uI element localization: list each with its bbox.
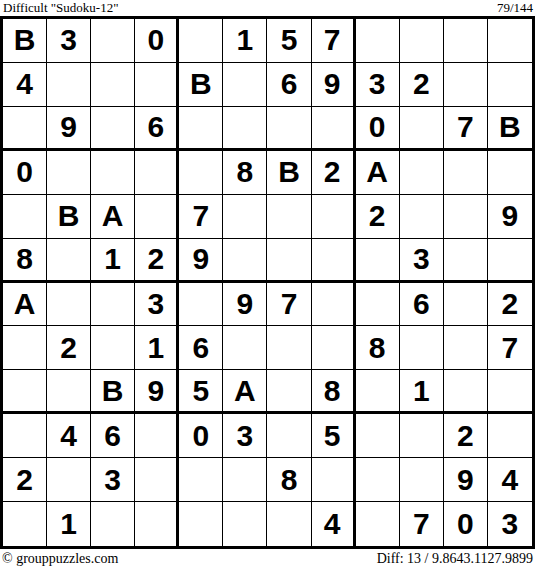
cell-r12c7[interactable] bbox=[267, 502, 311, 546]
cell-r8c11[interactable] bbox=[444, 326, 488, 370]
cell-r11c2[interactable] bbox=[47, 458, 91, 502]
cell-r4c6[interactable]: 8 bbox=[223, 151, 267, 195]
cell-r6c4[interactable]: 2 bbox=[135, 239, 179, 283]
cell-r4c3[interactable] bbox=[91, 151, 135, 195]
cell-r12c10[interactable]: 7 bbox=[400, 502, 444, 546]
cell-r3c2[interactable]: 9 bbox=[47, 107, 91, 151]
cell-r1c7[interactable]: 5 bbox=[267, 19, 311, 63]
cell-r10c10[interactable] bbox=[400, 414, 444, 458]
cell-r11c11[interactable]: 9 bbox=[444, 458, 488, 502]
cell-r1c11[interactable] bbox=[444, 19, 488, 63]
cell-r6c7[interactable] bbox=[267, 239, 311, 283]
cell-r8c4[interactable]: 1 bbox=[135, 326, 179, 370]
cell-r6c3[interactable]: 1 bbox=[91, 239, 135, 283]
cell-r8c7[interactable] bbox=[267, 326, 311, 370]
cell-r2c7[interactable]: 6 bbox=[267, 63, 311, 107]
cell-r3c6[interactable] bbox=[223, 107, 267, 151]
cell-r3c10[interactable] bbox=[400, 107, 444, 151]
cell-r8c9[interactable]: 8 bbox=[356, 326, 400, 370]
sudoku-board: B301574B69329607B08B2ABA72981293A3976221… bbox=[0, 16, 535, 549]
cell-r4c12[interactable] bbox=[488, 151, 532, 195]
cell-r6c11[interactable] bbox=[444, 239, 488, 283]
cell-r3c4[interactable]: 6 bbox=[135, 107, 179, 151]
cell-r5c5[interactable]: 7 bbox=[179, 195, 223, 239]
cell-r5c9[interactable]: 2 bbox=[356, 195, 400, 239]
cell-r1c5[interactable] bbox=[179, 19, 223, 63]
cell-r6c6[interactable] bbox=[223, 239, 267, 283]
cell-r9c5[interactable]: 5 bbox=[179, 370, 223, 414]
cell-r11c3[interactable]: 3 bbox=[91, 458, 135, 502]
cell-r5c10[interactable] bbox=[400, 195, 444, 239]
cell-r10c9[interactable] bbox=[356, 414, 400, 458]
cell-r7c8[interactable] bbox=[312, 283, 356, 327]
cell-r3c11[interactable]: 7 bbox=[444, 107, 488, 151]
cell-r5c1[interactable] bbox=[3, 195, 47, 239]
cell-r9c6[interactable]: A bbox=[223, 370, 267, 414]
cell-r11c7[interactable]: 8 bbox=[267, 458, 311, 502]
cell-r9c9[interactable] bbox=[356, 370, 400, 414]
cell-r3c7[interactable] bbox=[267, 107, 311, 151]
cell-r10c3[interactable]: 6 bbox=[91, 414, 135, 458]
cell-r12c12[interactable]: 3 bbox=[488, 502, 532, 546]
cell-r9c7[interactable] bbox=[267, 370, 311, 414]
cell-r10c11[interactable]: 2 bbox=[444, 414, 488, 458]
cell-r7c11[interactable] bbox=[444, 283, 488, 327]
cell-r4c1[interactable]: 0 bbox=[3, 151, 47, 195]
cell-r4c4[interactable] bbox=[135, 151, 179, 195]
cell-r7c7[interactable]: 7 bbox=[267, 283, 311, 327]
cell-r9c1[interactable] bbox=[3, 370, 47, 414]
blank-cell-counter: 79/144 bbox=[497, 1, 533, 15]
cell-r8c5[interactable]: 6 bbox=[179, 326, 223, 370]
cell-r9c12[interactable] bbox=[488, 370, 532, 414]
cell-r12c11[interactable]: 0 bbox=[444, 502, 488, 546]
cell-r3c12[interactable]: B bbox=[488, 107, 532, 151]
cell-r6c10[interactable]: 3 bbox=[400, 239, 444, 283]
cell-r11c12[interactable]: 4 bbox=[488, 458, 532, 502]
cell-r8c10[interactable] bbox=[400, 326, 444, 370]
cell-r1c4[interactable]: 0 bbox=[135, 19, 179, 63]
cell-r10c4[interactable] bbox=[135, 414, 179, 458]
cell-r7c5[interactable] bbox=[179, 283, 223, 327]
puzzle-title: Difficult "Sudoku-12" bbox=[3, 1, 118, 15]
cell-r2c8[interactable]: 9 bbox=[312, 63, 356, 107]
difficulty-text: Diff: 13 / 9.8643.1127.9899 bbox=[377, 551, 533, 567]
cell-r10c12[interactable] bbox=[488, 414, 532, 458]
cell-r2c6[interactable] bbox=[223, 63, 267, 107]
cell-r7c2[interactable] bbox=[47, 283, 91, 327]
cell-r11c6[interactable] bbox=[223, 458, 267, 502]
cell-r4c2[interactable] bbox=[47, 151, 91, 195]
cell-r12c3[interactable] bbox=[91, 502, 135, 546]
cell-r8c8[interactable] bbox=[312, 326, 356, 370]
cell-r1c9[interactable] bbox=[356, 19, 400, 63]
cell-r3c1[interactable] bbox=[3, 107, 47, 151]
cell-r8c3[interactable] bbox=[91, 326, 135, 370]
cell-r2c10[interactable]: 2 bbox=[400, 63, 444, 107]
cell-r6c12[interactable] bbox=[488, 239, 532, 283]
cell-r8c6[interactable] bbox=[223, 326, 267, 370]
cell-r5c12[interactable]: 9 bbox=[488, 195, 532, 239]
page-header: Difficult "Sudoku-12" 79/144 bbox=[0, 0, 535, 16]
cell-r9c3[interactable]: B bbox=[91, 370, 135, 414]
cell-r9c8[interactable]: 8 bbox=[312, 370, 356, 414]
cell-r5c3[interactable]: A bbox=[91, 195, 135, 239]
cell-r5c6[interactable] bbox=[223, 195, 267, 239]
cell-r5c8[interactable] bbox=[312, 195, 356, 239]
cell-r12c6[interactable] bbox=[223, 502, 267, 546]
cell-r2c1[interactable]: 4 bbox=[3, 63, 47, 107]
cell-r1c10[interactable] bbox=[400, 19, 444, 63]
cell-r3c9[interactable]: 0 bbox=[356, 107, 400, 151]
sudoku-page: Difficult "Sudoku-12" 79/144 B301574B693… bbox=[0, 0, 535, 569]
cell-r3c8[interactable] bbox=[312, 107, 356, 151]
cell-r5c2[interactable]: B bbox=[47, 195, 91, 239]
cell-r10c7[interactable] bbox=[267, 414, 311, 458]
cell-r6c1[interactable]: 8 bbox=[3, 239, 47, 283]
cell-r7c1[interactable]: A bbox=[3, 283, 47, 327]
cell-r2c4[interactable] bbox=[135, 63, 179, 107]
cell-r5c4[interactable] bbox=[135, 195, 179, 239]
cell-r2c9[interactable]: 3 bbox=[356, 63, 400, 107]
cell-r9c11[interactable] bbox=[444, 370, 488, 414]
cell-r6c5[interactable]: 9 bbox=[179, 239, 223, 283]
cell-r10c8[interactable]: 5 bbox=[312, 414, 356, 458]
cell-r6c9[interactable] bbox=[356, 239, 400, 283]
cell-r11c9[interactable] bbox=[356, 458, 400, 502]
cell-r12c5[interactable] bbox=[179, 502, 223, 546]
cell-r8c1[interactable] bbox=[3, 326, 47, 370]
cell-r10c6[interactable]: 3 bbox=[223, 414, 267, 458]
cell-r7c4[interactable]: 3 bbox=[135, 283, 179, 327]
cell-r11c8[interactable] bbox=[312, 458, 356, 502]
cell-r9c2[interactable] bbox=[47, 370, 91, 414]
cell-r7c3[interactable] bbox=[91, 283, 135, 327]
cell-r12c1[interactable] bbox=[3, 502, 47, 546]
cell-r1c3[interactable] bbox=[91, 19, 135, 63]
cell-r10c2[interactable]: 4 bbox=[47, 414, 91, 458]
cell-r1c8[interactable]: 7 bbox=[312, 19, 356, 63]
cell-r3c3[interactable] bbox=[91, 107, 135, 151]
cell-r11c4[interactable] bbox=[135, 458, 179, 502]
cell-r3c5[interactable] bbox=[179, 107, 223, 151]
cell-r6c8[interactable] bbox=[312, 239, 356, 283]
cell-r4c5[interactable] bbox=[179, 151, 223, 195]
cell-r2c5[interactable]: B bbox=[179, 63, 223, 107]
cell-r2c12[interactable] bbox=[488, 63, 532, 107]
cell-r2c3[interactable] bbox=[91, 63, 135, 107]
page-footer: © grouppuzzles.com Diff: 13 / 9.8643.112… bbox=[0, 549, 535, 569]
cell-r1c12[interactable] bbox=[488, 19, 532, 63]
cell-r5c7[interactable] bbox=[267, 195, 311, 239]
cell-r10c1[interactable] bbox=[3, 414, 47, 458]
cell-r6c2[interactable] bbox=[47, 239, 91, 283]
cell-r12c2[interactable]: 1 bbox=[47, 502, 91, 546]
cell-r4c11[interactable] bbox=[444, 151, 488, 195]
cell-r12c9[interactable] bbox=[356, 502, 400, 546]
cell-r11c10[interactable] bbox=[400, 458, 444, 502]
cell-r11c5[interactable] bbox=[179, 458, 223, 502]
cell-r7c9[interactable] bbox=[356, 283, 400, 327]
cell-r4c9[interactable]: A bbox=[356, 151, 400, 195]
cell-r2c11[interactable] bbox=[444, 63, 488, 107]
cell-r10c5[interactable]: 0 bbox=[179, 414, 223, 458]
cell-r12c4[interactable] bbox=[135, 502, 179, 546]
cell-r1c2[interactable]: 3 bbox=[47, 19, 91, 63]
cell-r12c8[interactable]: 4 bbox=[312, 502, 356, 546]
cell-r8c12[interactable]: 7 bbox=[488, 326, 532, 370]
cell-r2c2[interactable] bbox=[47, 63, 91, 107]
cell-r7c10[interactable]: 6 bbox=[400, 283, 444, 327]
cell-r7c12[interactable]: 2 bbox=[488, 283, 532, 327]
cell-r4c8[interactable]: 2 bbox=[312, 151, 356, 195]
cell-r9c4[interactable]: 9 bbox=[135, 370, 179, 414]
cell-r1c6[interactable]: 1 bbox=[223, 19, 267, 63]
cell-r5c11[interactable] bbox=[444, 195, 488, 239]
cell-r4c7[interactable]: B bbox=[267, 151, 311, 195]
cell-r1c1[interactable]: B bbox=[3, 19, 47, 63]
cell-r4c10[interactable] bbox=[400, 151, 444, 195]
cell-r7c6[interactable]: 9 bbox=[223, 283, 267, 327]
copyright-text: © grouppuzzles.com bbox=[2, 551, 118, 567]
cell-r11c1[interactable]: 2 bbox=[3, 458, 47, 502]
cell-r8c2[interactable]: 2 bbox=[47, 326, 91, 370]
cell-r9c10[interactable]: 1 bbox=[400, 370, 444, 414]
